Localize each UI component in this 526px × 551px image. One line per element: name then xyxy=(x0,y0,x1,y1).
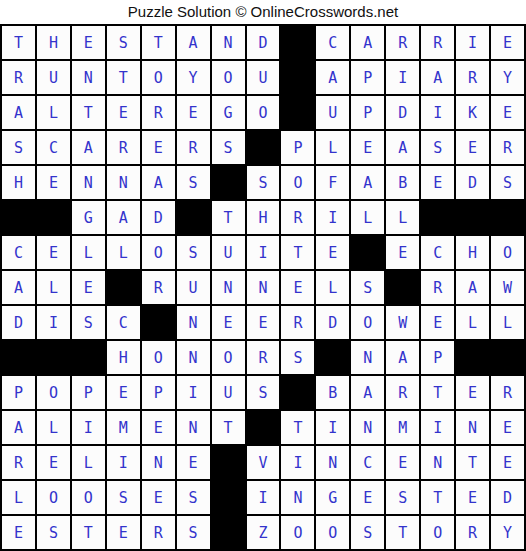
crossword-grid: THESTANDCARRIERUNTOYOUAPIARYALTEREGOUPDI… xyxy=(0,24,526,551)
letter-cell-r9c10: D xyxy=(316,306,349,339)
letter-cell-r12c14: N xyxy=(456,411,489,444)
letter-cell-r5c9: O xyxy=(281,166,314,199)
letter-cell-r2c15: Y xyxy=(491,61,524,94)
letter-cell-r14c11: E xyxy=(351,481,384,514)
letter-cell-r12c11: N xyxy=(351,411,384,444)
letter-cell-r8c8: N xyxy=(247,271,280,304)
letter-cell-r1c13: R xyxy=(421,26,454,59)
letter-cell-r3c10: U xyxy=(316,96,349,129)
letter-cell-r12c6: N xyxy=(177,411,210,444)
letter-cell-r15c2: S xyxy=(37,516,70,549)
letter-cell-r9c8: E xyxy=(247,306,280,339)
letter-cell-r3c7: G xyxy=(212,96,245,129)
black-cell-r4c8 xyxy=(247,131,280,164)
letter-cell-r15c8: Z xyxy=(247,516,280,549)
letter-cell-r1c1: T xyxy=(2,26,35,59)
letter-cell-r1c7: N xyxy=(212,26,245,59)
letter-cell-r8c6: U xyxy=(177,271,210,304)
black-cell-r5c7 xyxy=(212,166,245,199)
letter-cell-r8c14: A xyxy=(456,271,489,304)
letter-cell-r8c13: R xyxy=(421,271,454,304)
letter-cell-r6c9: R xyxy=(281,201,314,234)
letter-cell-r10c6: N xyxy=(177,341,210,374)
letter-cell-r7c6: S xyxy=(177,236,210,269)
letter-cell-r13c9: I xyxy=(281,446,314,479)
letter-cell-r9c15: L xyxy=(491,306,524,339)
black-cell-r10c3 xyxy=(72,341,105,374)
letter-cell-r15c5: R xyxy=(142,516,175,549)
letter-cell-r9c3: S xyxy=(72,306,105,339)
letter-cell-r13c12: E xyxy=(386,446,419,479)
letter-cell-r10c5: O xyxy=(142,341,175,374)
letter-cell-r3c5: R xyxy=(142,96,175,129)
letter-cell-r3c4: E xyxy=(107,96,140,129)
letter-cell-r4c10: L xyxy=(316,131,349,164)
letter-cell-r11c2: O xyxy=(37,376,70,409)
letter-cell-r4c11: E xyxy=(351,131,384,164)
letter-cell-r15c6: S xyxy=(177,516,210,549)
letter-cell-r9c7: E xyxy=(212,306,245,339)
letter-cell-r12c10: I xyxy=(316,411,349,444)
black-cell-r10c14 xyxy=(456,341,489,374)
letter-cell-r14c15: D xyxy=(491,481,524,514)
black-cell-r6c1 xyxy=(2,201,35,234)
letter-cell-r9c14: L xyxy=(456,306,489,339)
letter-cell-r2c1: R xyxy=(2,61,35,94)
black-cell-r10c2 xyxy=(37,341,70,374)
letter-cell-r10c8: R xyxy=(247,341,280,374)
letter-cell-r3c12: D xyxy=(386,96,419,129)
black-cell-r8c4 xyxy=(107,271,140,304)
letter-cell-r11c10: B xyxy=(316,376,349,409)
letter-cell-r10c12: A xyxy=(386,341,419,374)
letter-cell-r15c14: R xyxy=(456,516,489,549)
letter-cell-r2c5: O xyxy=(142,61,175,94)
letter-cell-r3c15: E xyxy=(491,96,524,129)
letter-cell-r8c11: S xyxy=(351,271,384,304)
letter-cell-r5c14: D xyxy=(456,166,489,199)
letter-cell-r2c8: U xyxy=(247,61,280,94)
letter-cell-r5c3: N xyxy=(72,166,105,199)
letter-cell-r7c14: H xyxy=(456,236,489,269)
letter-cell-r10c9: S xyxy=(281,341,314,374)
letter-cell-r2c11: P xyxy=(351,61,384,94)
letter-cell-r11c5: P xyxy=(142,376,175,409)
letter-cell-r12c3: I xyxy=(72,411,105,444)
letter-cell-r6c12: L xyxy=(386,201,419,234)
letter-cell-r13c10: N xyxy=(316,446,349,479)
letter-cell-r2c7: O xyxy=(212,61,245,94)
black-cell-r6c13 xyxy=(421,201,454,234)
letter-cell-r13c15: E xyxy=(491,446,524,479)
letter-cell-r3c11: P xyxy=(351,96,384,129)
letter-cell-r15c13: O xyxy=(421,516,454,549)
letter-cell-r9c13: E xyxy=(421,306,454,339)
letter-cell-r7c4: L xyxy=(107,236,140,269)
letter-cell-r5c6: S xyxy=(177,166,210,199)
letter-cell-r12c12: M xyxy=(386,411,419,444)
page-title: Puzzle Solution © OnlineCrosswords.net xyxy=(0,0,526,24)
letter-cell-r4c14: E xyxy=(456,131,489,164)
letter-cell-r7c2: E xyxy=(37,236,70,269)
letter-cell-r4c7: S xyxy=(212,131,245,164)
letter-cell-r3c3: T xyxy=(72,96,105,129)
letter-cell-r6c7: T xyxy=(212,201,245,234)
black-cell-r12c8 xyxy=(247,411,280,444)
letter-cell-r2c4: T xyxy=(107,61,140,94)
crossword-page: Puzzle Solution © OnlineCrosswords.net T… xyxy=(0,0,526,551)
black-cell-r7c11 xyxy=(351,236,384,269)
black-cell-r1c9 xyxy=(281,26,314,59)
letter-cell-r9c1: D xyxy=(2,306,35,339)
letter-cell-r5c8: S xyxy=(247,166,280,199)
letter-cell-r12c1: A xyxy=(2,411,35,444)
letter-cell-r11c14: E xyxy=(456,376,489,409)
letter-cell-r13c4: I xyxy=(107,446,140,479)
letter-cell-r15c3: T xyxy=(72,516,105,549)
black-cell-r10c1 xyxy=(2,341,35,374)
letter-cell-r12c5: E xyxy=(142,411,175,444)
letter-cell-r11c11: A xyxy=(351,376,384,409)
letter-cell-r15c15: Y xyxy=(491,516,524,549)
letter-cell-r11c13: T xyxy=(421,376,454,409)
letter-cell-r6c11: L xyxy=(351,201,384,234)
letter-cell-r15c11: S xyxy=(351,516,384,549)
letter-cell-r7c10: E xyxy=(316,236,349,269)
letter-cell-r5c1: H xyxy=(2,166,35,199)
letter-cell-r2c10: A xyxy=(316,61,349,94)
letter-cell-r15c12: T xyxy=(386,516,419,549)
letter-cell-r15c4: E xyxy=(107,516,140,549)
letter-cell-r4c15: R xyxy=(491,131,524,164)
letter-cell-r1c8: D xyxy=(247,26,280,59)
letter-cell-r6c10: I xyxy=(316,201,349,234)
letter-cell-r12c7: T xyxy=(212,411,245,444)
letter-cell-r1c5: T xyxy=(142,26,175,59)
letter-cell-r11c12: R xyxy=(386,376,419,409)
black-cell-r6c2 xyxy=(37,201,70,234)
black-cell-r15c7 xyxy=(212,516,245,549)
letter-cell-r7c5: O xyxy=(142,236,175,269)
black-cell-r10c10 xyxy=(316,341,349,374)
letter-cell-r5c11: A xyxy=(351,166,384,199)
letter-cell-r12c15: E xyxy=(491,411,524,444)
letter-cell-r9c9: R xyxy=(281,306,314,339)
letter-cell-r2c13: A xyxy=(421,61,454,94)
letter-cell-r1c15: E xyxy=(491,26,524,59)
letter-cell-r13c2: E xyxy=(37,446,70,479)
letter-cell-r14c13: T xyxy=(421,481,454,514)
letter-cell-r11c1: P xyxy=(2,376,35,409)
letter-cell-r6c8: H xyxy=(247,201,280,234)
letter-cell-r14c5: E xyxy=(142,481,175,514)
letter-cell-r1c10: C xyxy=(316,26,349,59)
letter-cell-r4c3: A xyxy=(72,131,105,164)
letter-cell-r5c13: E xyxy=(421,166,454,199)
letter-cell-r12c2: L xyxy=(37,411,70,444)
letter-cell-r5c5: A xyxy=(142,166,175,199)
letter-cell-r7c7: U xyxy=(212,236,245,269)
letter-cell-r5c10: F xyxy=(316,166,349,199)
letter-cell-r9c6: N xyxy=(177,306,210,339)
letter-cell-r4c6: R xyxy=(177,131,210,164)
letter-cell-r7c13: C xyxy=(421,236,454,269)
letter-cell-r1c2: H xyxy=(37,26,70,59)
letter-cell-r2c14: R xyxy=(456,61,489,94)
letter-cell-r12c13: I xyxy=(421,411,454,444)
letter-cell-r8c3: E xyxy=(72,271,105,304)
black-cell-r10c15 xyxy=(491,341,524,374)
letter-cell-r14c10: G xyxy=(316,481,349,514)
letter-cell-r1c4: S xyxy=(107,26,140,59)
letter-cell-r9c2: I xyxy=(37,306,70,339)
letter-cell-r13c14: T xyxy=(456,446,489,479)
letter-cell-r10c4: H xyxy=(107,341,140,374)
letter-cell-r14c12: S xyxy=(386,481,419,514)
letter-cell-r10c7: O xyxy=(212,341,245,374)
black-cell-r6c6 xyxy=(177,201,210,234)
letter-cell-r8c2: L xyxy=(37,271,70,304)
letter-cell-r11c15: R xyxy=(491,376,524,409)
letter-cell-r14c9: N xyxy=(281,481,314,514)
letter-cell-r7c15: O xyxy=(491,236,524,269)
letter-cell-r6c5: D xyxy=(142,201,175,234)
letter-cell-r13c6: E xyxy=(177,446,210,479)
black-cell-r9c5 xyxy=(142,306,175,339)
letter-cell-r15c1: E xyxy=(2,516,35,549)
letter-cell-r4c9: P xyxy=(281,131,314,164)
letter-cell-r3c8: O xyxy=(247,96,280,129)
letter-cell-r8c15: W xyxy=(491,271,524,304)
letter-cell-r14c14: E xyxy=(456,481,489,514)
letter-cell-r4c13: S xyxy=(421,131,454,164)
letter-cell-r7c9: T xyxy=(281,236,314,269)
letter-cell-r14c8: I xyxy=(247,481,280,514)
letter-cell-r6c4: A xyxy=(107,201,140,234)
letter-cell-r1c12: R xyxy=(386,26,419,59)
letter-cell-r11c7: U xyxy=(212,376,245,409)
letter-cell-r15c10: O xyxy=(316,516,349,549)
letter-cell-r3c14: K xyxy=(456,96,489,129)
letter-cell-r4c2: C xyxy=(37,131,70,164)
letter-cell-r13c3: L xyxy=(72,446,105,479)
letter-cell-r11c4: E xyxy=(107,376,140,409)
letter-cell-r11c6: I xyxy=(177,376,210,409)
letter-cell-r3c1: A xyxy=(2,96,35,129)
letter-cell-r7c8: I xyxy=(247,236,280,269)
letter-cell-r1c14: I xyxy=(456,26,489,59)
letter-cell-r5c12: B xyxy=(386,166,419,199)
black-cell-r6c15 xyxy=(491,201,524,234)
letter-cell-r7c3: L xyxy=(72,236,105,269)
letter-cell-r1c6: A xyxy=(177,26,210,59)
letter-cell-r2c3: N xyxy=(72,61,105,94)
letter-cell-r14c6: S xyxy=(177,481,210,514)
letter-cell-r7c1: C xyxy=(2,236,35,269)
letter-cell-r2c12: I xyxy=(386,61,419,94)
letter-cell-r6c3: G xyxy=(72,201,105,234)
letter-cell-r4c5: E xyxy=(142,131,175,164)
letter-cell-r8c5: R xyxy=(142,271,175,304)
black-cell-r6c14 xyxy=(456,201,489,234)
letter-cell-r15c9: O xyxy=(281,516,314,549)
letter-cell-r4c12: A xyxy=(386,131,419,164)
letter-cell-r13c13: N xyxy=(421,446,454,479)
letter-cell-r4c1: S xyxy=(2,131,35,164)
letter-cell-r5c2: E xyxy=(37,166,70,199)
black-cell-r8c12 xyxy=(386,271,419,304)
letter-cell-r1c11: A xyxy=(351,26,384,59)
letter-cell-r3c6: E xyxy=(177,96,210,129)
letter-cell-r3c2: L xyxy=(37,96,70,129)
black-cell-r14c7 xyxy=(212,481,245,514)
letter-cell-r9c4: C xyxy=(107,306,140,339)
letter-cell-r9c12: W xyxy=(386,306,419,339)
letter-cell-r5c15: S xyxy=(491,166,524,199)
black-cell-r3c9 xyxy=(281,96,314,129)
letter-cell-r12c4: M xyxy=(107,411,140,444)
letter-cell-r4c4: R xyxy=(107,131,140,164)
letter-cell-r13c1: R xyxy=(2,446,35,479)
letter-cell-r11c8: S xyxy=(247,376,280,409)
letter-cell-r5c4: N xyxy=(107,166,140,199)
letter-cell-r8c10: L xyxy=(316,271,349,304)
letter-cell-r7c12: E xyxy=(386,236,419,269)
letter-cell-r14c2: O xyxy=(37,481,70,514)
letter-cell-r11c3: P xyxy=(72,376,105,409)
letter-cell-r13c5: N xyxy=(142,446,175,479)
letter-cell-r2c6: Y xyxy=(177,61,210,94)
letter-cell-r12c9: T xyxy=(281,411,314,444)
letter-cell-r13c8: V xyxy=(247,446,280,479)
letter-cell-r3c13: I xyxy=(421,96,454,129)
letter-cell-r10c11: N xyxy=(351,341,384,374)
letter-cell-r9c11: O xyxy=(351,306,384,339)
letter-cell-r13c11: C xyxy=(351,446,384,479)
letter-cell-r14c4: S xyxy=(107,481,140,514)
black-cell-r2c9 xyxy=(281,61,314,94)
letter-cell-r8c1: A xyxy=(2,271,35,304)
letter-cell-r14c1: L xyxy=(2,481,35,514)
letter-cell-r14c3: O xyxy=(72,481,105,514)
black-cell-r13c7 xyxy=(212,446,245,479)
letter-cell-r8c9: E xyxy=(281,271,314,304)
black-cell-r11c9 xyxy=(281,376,314,409)
letter-cell-r1c3: E xyxy=(72,26,105,59)
letter-cell-r8c7: N xyxy=(212,271,245,304)
letter-cell-r10c13: P xyxy=(421,341,454,374)
letter-cell-r2c2: U xyxy=(37,61,70,94)
